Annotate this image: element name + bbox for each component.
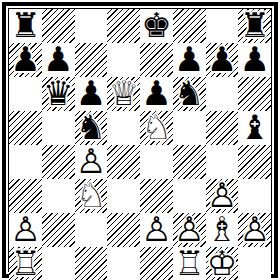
square-f5 — [173, 111, 206, 145]
square-a5 — [9, 111, 42, 145]
square-b2 — [42, 213, 75, 247]
square-f2: ♟♙ — [173, 213, 206, 247]
square-h6 — [238, 77, 271, 111]
square-c4: ♟♙ — [75, 145, 108, 179]
square-f4 — [173, 145, 206, 179]
white-rook-a1: ♜♖ — [9, 247, 42, 280]
square-e6: ♟ — [140, 77, 173, 111]
square-a4 — [9, 145, 42, 179]
black-rook-a8: ♜ — [9, 9, 42, 43]
black-pawn-g7: ♟ — [206, 43, 239, 77]
square-a1: ♜♖ — [9, 247, 42, 280]
black-king-e8: ♚ — [140, 9, 173, 43]
square-f7: ♟ — [173, 43, 206, 77]
white-pawn-f2: ♟♙ — [173, 213, 206, 247]
square-c6: ♟ — [75, 77, 108, 111]
black-rook-h8: ♜ — [238, 9, 271, 43]
square-d1 — [107, 247, 140, 280]
square-a2: ♟♙ — [9, 213, 42, 247]
square-e7 — [140, 43, 173, 77]
square-b3 — [42, 179, 75, 213]
square-a8: ♜ — [9, 9, 42, 43]
white-bishop-g2: ♝♗ — [206, 213, 239, 247]
white-pawn-g3: ♟♙ — [206, 179, 239, 213]
square-a6 — [9, 77, 42, 111]
square-h3 — [238, 179, 271, 213]
square-h7: ♟ — [238, 43, 271, 77]
square-e5: ♞♘ — [140, 111, 173, 145]
square-d2 — [107, 213, 140, 247]
square-g7: ♟ — [206, 43, 239, 77]
black-knight-f6: ♞ — [173, 77, 206, 111]
square-e1 — [140, 247, 173, 280]
square-g3: ♟♙ — [206, 179, 239, 213]
square-g2: ♝♗ — [206, 213, 239, 247]
square-b6: ♛ — [42, 77, 75, 111]
square-h4 — [238, 145, 271, 179]
square-g6 — [206, 77, 239, 111]
square-b4 — [42, 145, 75, 179]
square-c1 — [75, 247, 108, 280]
square-d4 — [107, 145, 140, 179]
square-e8: ♚ — [140, 9, 173, 43]
white-pawn-h2: ♟♙ — [238, 213, 271, 247]
white-rook-f1: ♜♖ — [173, 247, 206, 280]
white-pawn-c4: ♟♙ — [75, 145, 108, 179]
black-pawn-h7: ♟ — [238, 43, 271, 77]
square-f1: ♜♖ — [173, 247, 206, 280]
white-pawn-e2: ♟♙ — [140, 213, 173, 247]
square-c7 — [75, 43, 108, 77]
square-a7: ♟ — [9, 43, 42, 77]
square-b8 — [42, 9, 75, 43]
square-g5 — [206, 111, 239, 145]
square-g1: ♚♔ — [206, 247, 239, 280]
square-h2: ♟♙ — [238, 213, 271, 247]
white-pawn-a2: ♟♙ — [9, 213, 42, 247]
chess-diagram: ♜♚♜♟♟♟♟♟♛♟♛♕♟♞♞♞♘♝♟♙♞♘♟♙♟♙♟♙♟♙♝♗♟♙♜♖♜♖♚♔ — [0, 0, 280, 280]
board-frame: ♜♚♜♟♟♟♟♟♛♟♛♕♟♞♞♞♘♝♟♙♞♘♟♙♟♙♟♙♟♙♝♗♟♙♜♖♜♖♚♔ — [2, 2, 278, 278]
white-queen-d6: ♛♕ — [107, 77, 140, 111]
square-b1 — [42, 247, 75, 280]
white-knight-e5: ♞♘ — [140, 111, 173, 145]
black-knight-c5: ♞ — [75, 111, 108, 145]
white-king-g1: ♚♔ — [206, 247, 239, 280]
black-queen-b6: ♛ — [42, 77, 75, 111]
square-e2: ♟♙ — [140, 213, 173, 247]
square-d6: ♛♕ — [107, 77, 140, 111]
square-d5 — [107, 111, 140, 145]
square-f6: ♞ — [173, 77, 206, 111]
square-d7 — [107, 43, 140, 77]
black-pawn-c6: ♟ — [75, 77, 108, 111]
white-knight-c3: ♞♘ — [75, 179, 108, 213]
square-f3 — [173, 179, 206, 213]
black-bishop-h5: ♝ — [238, 111, 271, 145]
square-c8 — [75, 9, 108, 43]
square-e3 — [140, 179, 173, 213]
black-pawn-e6: ♟ — [140, 77, 173, 111]
square-g4 — [206, 145, 239, 179]
square-h8: ♜ — [238, 9, 271, 43]
square-d3 — [107, 179, 140, 213]
square-c3: ♞♘ — [75, 179, 108, 213]
square-g8 — [206, 9, 239, 43]
square-d8 — [107, 9, 140, 43]
chess-board: ♜♚♜♟♟♟♟♟♛♟♛♕♟♞♞♞♘♝♟♙♞♘♟♙♟♙♟♙♟♙♝♗♟♙♜♖♜♖♚♔ — [8, 8, 272, 272]
square-b5 — [42, 111, 75, 145]
square-h1 — [238, 247, 271, 280]
square-c2 — [75, 213, 108, 247]
square-h5: ♝ — [238, 111, 271, 145]
black-pawn-b7: ♟ — [42, 43, 75, 77]
black-pawn-a7: ♟ — [9, 43, 42, 77]
square-f8 — [173, 9, 206, 43]
square-b7: ♟ — [42, 43, 75, 77]
square-e4 — [140, 145, 173, 179]
square-c5: ♞ — [75, 111, 108, 145]
square-a3 — [9, 179, 42, 213]
black-pawn-f7: ♟ — [173, 43, 206, 77]
